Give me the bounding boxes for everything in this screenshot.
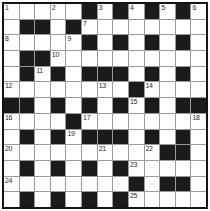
black-cell xyxy=(20,51,35,66)
black-cell xyxy=(176,130,191,145)
white-cell[interactable] xyxy=(4,192,19,207)
clue-number: 11 xyxy=(36,67,43,75)
white-cell[interactable] xyxy=(66,82,81,97)
white-cell[interactable] xyxy=(4,20,19,35)
white-cell[interactable] xyxy=(160,114,175,129)
clue-number: 7 xyxy=(83,20,87,28)
clue-number: 12 xyxy=(5,82,12,90)
black-cell xyxy=(129,177,144,192)
clue-number: 22 xyxy=(146,145,153,153)
crossword-board: 1234567891011121314151617181920212223242… xyxy=(0,0,210,211)
white-cell[interactable] xyxy=(191,192,206,207)
white-cell[interactable] xyxy=(129,20,144,35)
black-cell xyxy=(66,20,81,35)
white-cell[interactable] xyxy=(160,161,175,176)
white-cell[interactable] xyxy=(35,4,50,19)
black-cell xyxy=(35,51,50,66)
white-cell[interactable] xyxy=(191,161,206,176)
black-cell xyxy=(82,4,97,19)
white-cell[interactable] xyxy=(176,20,191,35)
white-cell[interactable] xyxy=(160,82,175,97)
black-cell xyxy=(113,35,128,50)
white-cell[interactable]: 25 xyxy=(129,192,144,207)
white-cell[interactable] xyxy=(20,177,35,192)
white-cell[interactable] xyxy=(82,177,97,192)
white-cell[interactable] xyxy=(129,145,144,160)
white-cell[interactable] xyxy=(191,20,206,35)
clue-number: 4 xyxy=(130,4,134,12)
black-cell xyxy=(98,67,113,82)
white-cell[interactable] xyxy=(191,82,206,97)
white-cell[interactable] xyxy=(113,145,128,160)
black-cell xyxy=(113,130,128,145)
white-cell[interactable] xyxy=(98,161,113,176)
white-cell[interactable] xyxy=(129,35,144,50)
black-cell xyxy=(20,161,35,176)
white-cell[interactable] xyxy=(98,192,113,207)
black-cell xyxy=(82,98,97,113)
white-cell[interactable] xyxy=(113,114,128,129)
white-cell[interactable] xyxy=(191,177,206,192)
white-cell[interactable]: 12 xyxy=(4,82,19,97)
white-cell[interactable] xyxy=(35,98,50,113)
white-cell[interactable] xyxy=(4,67,19,82)
white-cell[interactable] xyxy=(98,35,113,50)
black-cell xyxy=(176,4,191,19)
clue-number: 14 xyxy=(146,82,153,90)
clue-number: 5 xyxy=(161,4,165,12)
white-cell[interactable] xyxy=(35,192,50,207)
white-cell[interactable] xyxy=(191,67,206,82)
white-cell[interactable] xyxy=(176,82,191,97)
white-cell[interactable] xyxy=(160,130,175,145)
white-cell[interactable] xyxy=(145,114,160,129)
black-cell xyxy=(176,177,191,192)
black-cell xyxy=(82,192,97,207)
white-cell[interactable] xyxy=(35,177,50,192)
white-cell[interactable] xyxy=(4,161,19,176)
white-cell[interactable] xyxy=(191,51,206,66)
clue-number: 17 xyxy=(83,114,90,122)
white-cell[interactable] xyxy=(113,177,128,192)
white-cell[interactable]: 10 xyxy=(51,51,66,66)
white-cell[interactable] xyxy=(4,130,19,145)
black-cell xyxy=(145,35,160,50)
clue-number: 19 xyxy=(67,130,74,138)
white-cell[interactable] xyxy=(51,177,66,192)
white-cell[interactable] xyxy=(191,145,206,160)
white-cell[interactable]: 3 xyxy=(98,4,113,19)
black-cell xyxy=(51,98,66,113)
black-cell xyxy=(113,4,128,19)
black-cell xyxy=(4,98,19,113)
white-cell[interactable] xyxy=(98,114,113,129)
black-cell xyxy=(113,98,128,113)
white-cell[interactable] xyxy=(66,51,81,66)
clue-number: 15 xyxy=(130,98,137,106)
clue-number: 6 xyxy=(192,4,196,12)
white-cell[interactable]: 2 xyxy=(51,4,66,19)
black-cell xyxy=(20,20,35,35)
white-cell[interactable]: 16 xyxy=(4,114,19,129)
white-cell[interactable] xyxy=(35,130,50,145)
black-cell xyxy=(20,98,35,113)
white-cell[interactable] xyxy=(35,145,50,160)
white-cell[interactable] xyxy=(145,51,160,66)
white-cell[interactable]: 17 xyxy=(82,114,97,129)
white-cell[interactable]: 20 xyxy=(4,145,19,160)
white-cell[interactable] xyxy=(82,145,97,160)
crossword-grid: 1234567891011121314151617181920212223242… xyxy=(2,2,208,209)
white-cell[interactable] xyxy=(51,20,66,35)
clue-number: 18 xyxy=(192,114,199,122)
white-cell[interactable] xyxy=(66,4,81,19)
white-cell[interactable] xyxy=(176,114,191,129)
white-cell[interactable] xyxy=(160,98,175,113)
black-cell xyxy=(51,192,66,207)
black-cell xyxy=(160,177,175,192)
clue-number: 2 xyxy=(52,4,56,12)
black-cell xyxy=(145,4,160,19)
clue-number: 13 xyxy=(99,82,106,90)
white-cell[interactable]: 19 xyxy=(66,130,81,145)
clue-number: 24 xyxy=(5,177,12,185)
white-cell[interactable] xyxy=(82,82,97,97)
white-cell[interactable]: 9 xyxy=(66,35,81,50)
black-cell xyxy=(51,161,66,176)
white-cell[interactable] xyxy=(66,67,81,82)
white-cell[interactable]: 8 xyxy=(4,35,19,50)
white-cell[interactable] xyxy=(20,4,35,19)
white-cell[interactable] xyxy=(129,67,144,82)
white-cell[interactable] xyxy=(51,82,66,97)
black-cell xyxy=(35,20,50,35)
white-cell[interactable]: 22 xyxy=(145,145,160,160)
white-cell[interactable] xyxy=(66,161,81,176)
white-cell[interactable] xyxy=(160,51,175,66)
white-cell[interactable] xyxy=(113,20,128,35)
clue-number: 8 xyxy=(5,35,9,43)
white-cell[interactable] xyxy=(176,161,191,176)
black-cell xyxy=(82,35,97,50)
clue-number: 23 xyxy=(130,161,137,169)
white-cell[interactable]: 23 xyxy=(129,161,144,176)
white-cell[interactable] xyxy=(191,35,206,50)
white-cell[interactable] xyxy=(98,98,113,113)
white-cell[interactable] xyxy=(145,20,160,35)
black-cell xyxy=(113,67,128,82)
white-cell[interactable] xyxy=(66,177,81,192)
white-cell[interactable]: 21 xyxy=(98,145,113,160)
black-cell xyxy=(176,35,191,50)
white-cell[interactable]: 1 xyxy=(4,4,19,19)
white-cell[interactable] xyxy=(145,192,160,207)
white-cell[interactable] xyxy=(160,192,175,207)
black-cell xyxy=(82,161,97,176)
white-cell[interactable] xyxy=(4,51,19,66)
black-cell xyxy=(51,67,66,82)
clue-number: 1 xyxy=(5,4,9,12)
black-cell xyxy=(113,192,128,207)
clue-number: 10 xyxy=(52,51,59,59)
white-cell[interactable] xyxy=(145,161,160,176)
white-cell[interactable] xyxy=(129,51,144,66)
black-cell xyxy=(129,82,144,97)
white-cell[interactable] xyxy=(145,177,160,192)
clue-number: 25 xyxy=(130,192,137,200)
black-cell xyxy=(66,114,81,129)
white-cell[interactable] xyxy=(35,82,50,97)
white-cell[interactable] xyxy=(129,114,144,129)
white-cell[interactable] xyxy=(51,145,66,160)
black-cell xyxy=(176,98,191,113)
clue-number: 9 xyxy=(67,35,71,43)
black-cell xyxy=(20,67,35,82)
black-cell xyxy=(145,130,160,145)
white-cell[interactable] xyxy=(113,51,128,66)
white-cell[interactable] xyxy=(66,98,81,113)
black-cell xyxy=(51,130,66,145)
white-cell[interactable] xyxy=(191,130,206,145)
white-cell[interactable]: 14 xyxy=(145,82,160,97)
white-cell[interactable]: 11 xyxy=(35,67,50,82)
white-cell[interactable] xyxy=(160,35,175,50)
black-cell xyxy=(20,130,35,145)
white-cell[interactable] xyxy=(98,51,113,66)
clue-number: 21 xyxy=(99,145,106,153)
white-cell[interactable]: 24 xyxy=(4,177,19,192)
white-cell[interactable] xyxy=(160,20,175,35)
white-cell[interactable]: 5 xyxy=(160,4,175,19)
white-cell[interactable] xyxy=(35,161,50,176)
black-cell xyxy=(176,145,191,160)
white-cell[interactable] xyxy=(20,114,35,129)
black-cell xyxy=(176,67,191,82)
white-cell[interactable] xyxy=(176,192,191,207)
white-cell[interactable] xyxy=(20,35,35,50)
black-cell xyxy=(113,161,128,176)
black-cell xyxy=(191,98,206,113)
black-cell xyxy=(82,67,97,82)
black-cell xyxy=(20,192,35,207)
white-cell[interactable] xyxy=(20,145,35,160)
white-cell[interactable] xyxy=(82,51,97,66)
white-cell[interactable] xyxy=(176,51,191,66)
white-cell[interactable] xyxy=(160,67,175,82)
clue-number: 3 xyxy=(99,4,103,12)
white-cell[interactable] xyxy=(98,177,113,192)
black-cell xyxy=(98,130,113,145)
black-cell xyxy=(145,67,160,82)
white-cell[interactable] xyxy=(66,192,81,207)
white-cell[interactable] xyxy=(113,82,128,97)
white-cell[interactable]: 15 xyxy=(129,98,144,113)
white-cell[interactable]: 7 xyxy=(82,20,97,35)
white-cell[interactable] xyxy=(66,145,81,160)
white-cell[interactable] xyxy=(35,114,50,129)
white-cell[interactable]: 6 xyxy=(191,4,206,19)
black-cell xyxy=(145,98,160,113)
white-cell[interactable]: 4 xyxy=(129,4,144,19)
black-cell xyxy=(82,130,97,145)
clue-number: 20 xyxy=(5,145,12,153)
white-cell[interactable]: 18 xyxy=(191,114,206,129)
white-cell[interactable] xyxy=(35,35,50,50)
white-cell[interactable] xyxy=(20,82,35,97)
clue-number: 16 xyxy=(5,114,12,122)
white-cell[interactable] xyxy=(98,20,113,35)
white-cell[interactable] xyxy=(129,130,144,145)
white-cell[interactable] xyxy=(51,35,66,50)
black-cell xyxy=(160,145,175,160)
white-cell[interactable]: 13 xyxy=(98,82,113,97)
white-cell[interactable] xyxy=(51,114,66,129)
